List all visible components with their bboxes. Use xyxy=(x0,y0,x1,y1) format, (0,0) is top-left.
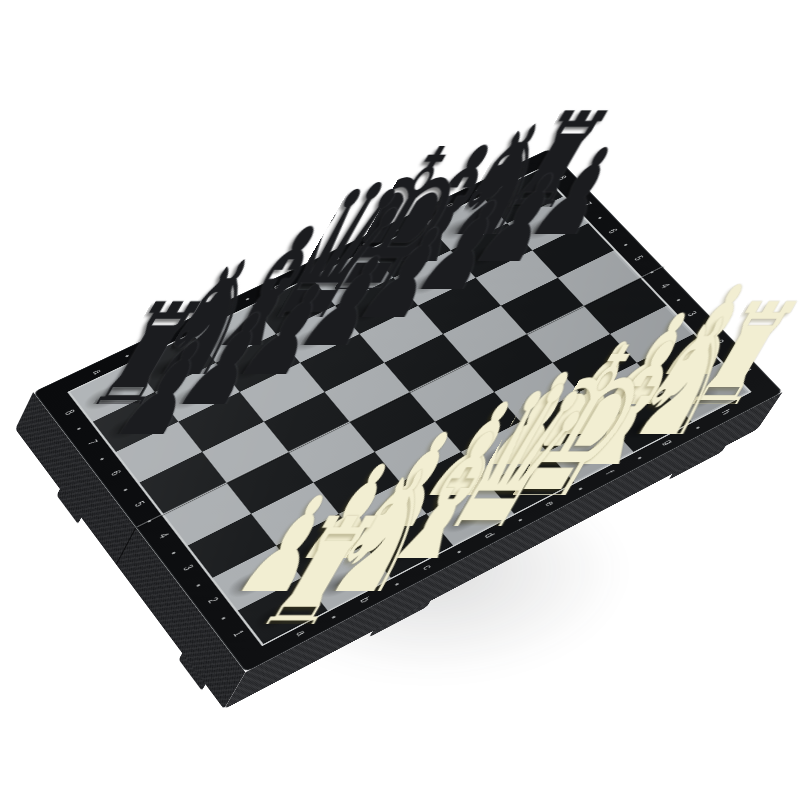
square-b5[interactable] xyxy=(202,422,288,483)
frame-dot xyxy=(147,519,151,522)
case-latch-tab xyxy=(57,489,82,524)
frame-dot xyxy=(123,488,127,491)
frame-dot xyxy=(100,457,104,460)
frame-dot xyxy=(171,551,175,554)
frame-dot xyxy=(221,616,226,619)
frame-dot xyxy=(196,583,200,586)
square-a5[interactable] xyxy=(140,452,227,514)
frame-dot xyxy=(77,427,81,430)
case-hinge-seam xyxy=(116,527,136,565)
square-a4[interactable] xyxy=(163,483,251,546)
square-c5[interactable] xyxy=(264,392,350,452)
product-photo-scene: abcdefgh abcdefgh 12345678 12345678 xyxy=(0,0,800,800)
